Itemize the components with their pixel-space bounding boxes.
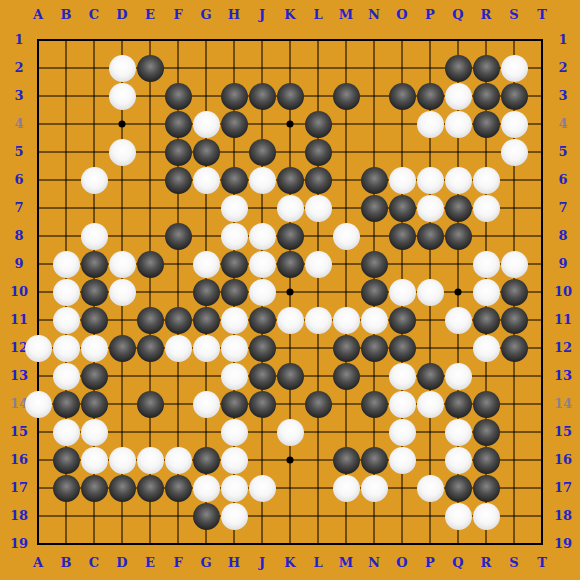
intersection-Q15[interactable] [444,418,472,446]
intersection-L8[interactable] [304,222,332,250]
intersection-A6[interactable] [24,166,52,194]
intersection-B2[interactable] [52,54,80,82]
intersection-P11[interactable] [416,306,444,334]
intersection-K12[interactable] [276,334,304,362]
intersection-T3[interactable] [528,82,556,110]
intersection-P18[interactable] [416,502,444,530]
intersection-D7[interactable] [108,194,136,222]
intersection-J19[interactable] [248,530,276,558]
intersection-G1[interactable] [192,26,220,54]
intersection-P2[interactable] [416,54,444,82]
intersection-A18[interactable] [24,502,52,530]
intersection-E5[interactable] [136,138,164,166]
intersection-S6[interactable] [500,166,528,194]
intersection-K16[interactable] [276,446,304,474]
intersection-J12[interactable] [248,334,276,362]
intersection-T1[interactable] [528,26,556,54]
intersection-M9[interactable] [332,250,360,278]
intersection-P12[interactable] [416,334,444,362]
intersection-O8[interactable] [388,222,416,250]
intersection-S15[interactable] [500,418,528,446]
intersection-K9[interactable] [276,250,304,278]
intersection-M3[interactable] [332,82,360,110]
intersection-E18[interactable] [136,502,164,530]
intersection-F4[interactable] [164,110,192,138]
intersection-B8[interactable] [52,222,80,250]
intersection-F15[interactable] [164,418,192,446]
intersection-F3[interactable] [164,82,192,110]
intersection-C18[interactable] [80,502,108,530]
intersection-R11[interactable] [472,306,500,334]
intersection-Q2[interactable] [444,54,472,82]
intersection-B18[interactable] [52,502,80,530]
intersection-S5[interactable] [500,138,528,166]
intersection-R1[interactable] [472,26,500,54]
intersection-H9[interactable] [220,250,248,278]
intersection-L15[interactable] [304,418,332,446]
intersection-F17[interactable] [164,474,192,502]
intersection-Q7[interactable] [444,194,472,222]
intersection-F13[interactable] [164,362,192,390]
intersection-T8[interactable] [528,222,556,250]
intersection-C3[interactable] [80,82,108,110]
intersection-P6[interactable] [416,166,444,194]
intersection-C1[interactable] [80,26,108,54]
intersection-G16[interactable] [192,446,220,474]
intersection-G9[interactable] [192,250,220,278]
intersection-R15[interactable] [472,418,500,446]
intersection-C2[interactable] [80,54,108,82]
intersection-R17[interactable] [472,474,500,502]
intersection-S11[interactable] [500,306,528,334]
intersection-H13[interactable] [220,362,248,390]
intersection-O19[interactable] [388,530,416,558]
intersection-A3[interactable] [24,82,52,110]
intersection-P16[interactable] [416,446,444,474]
intersection-B9[interactable] [52,250,80,278]
intersection-A15[interactable] [24,418,52,446]
intersection-N19[interactable] [360,530,388,558]
intersection-H4[interactable] [220,110,248,138]
intersection-H15[interactable] [220,418,248,446]
intersection-G8[interactable] [192,222,220,250]
intersection-H12[interactable] [220,334,248,362]
intersection-O14[interactable] [388,390,416,418]
intersection-K8[interactable] [276,222,304,250]
intersection-M5[interactable] [332,138,360,166]
intersection-L18[interactable] [304,502,332,530]
intersection-E4[interactable] [136,110,164,138]
intersection-F16[interactable] [164,446,192,474]
intersection-D5[interactable] [108,138,136,166]
intersection-M17[interactable] [332,474,360,502]
intersection-K17[interactable] [276,474,304,502]
intersection-L7[interactable] [304,194,332,222]
intersection-T14[interactable] [528,390,556,418]
intersection-O2[interactable] [388,54,416,82]
intersection-A11[interactable] [24,306,52,334]
intersection-H2[interactable] [220,54,248,82]
intersection-D2[interactable] [108,54,136,82]
intersection-C9[interactable] [80,250,108,278]
intersection-F12[interactable] [164,334,192,362]
intersection-T17[interactable] [528,474,556,502]
intersection-F2[interactable] [164,54,192,82]
intersection-H19[interactable] [220,530,248,558]
intersection-E19[interactable] [136,530,164,558]
intersection-H11[interactable] [220,306,248,334]
intersection-A10[interactable] [24,278,52,306]
intersection-D19[interactable] [108,530,136,558]
intersection-C13[interactable] [80,362,108,390]
intersection-N6[interactable] [360,166,388,194]
intersection-A8[interactable] [24,222,52,250]
intersection-C5[interactable] [80,138,108,166]
intersection-A2[interactable] [24,54,52,82]
intersection-N12[interactable] [360,334,388,362]
intersection-Q1[interactable] [444,26,472,54]
intersection-J17[interactable] [248,474,276,502]
intersection-B7[interactable] [52,194,80,222]
intersection-T13[interactable] [528,362,556,390]
intersection-N10[interactable] [360,278,388,306]
intersection-P10[interactable] [416,278,444,306]
intersection-A16[interactable] [24,446,52,474]
intersection-T19[interactable] [528,530,556,558]
intersection-O15[interactable] [388,418,416,446]
intersection-B12[interactable] [52,334,80,362]
intersection-H3[interactable] [220,82,248,110]
intersection-L4[interactable] [304,110,332,138]
intersection-R4[interactable] [472,110,500,138]
intersection-M4[interactable] [332,110,360,138]
intersection-L11[interactable] [304,306,332,334]
intersection-R7[interactable] [472,194,500,222]
intersection-N8[interactable] [360,222,388,250]
intersection-L5[interactable] [304,138,332,166]
intersection-D16[interactable] [108,446,136,474]
intersection-T9[interactable] [528,250,556,278]
intersection-S2[interactable] [500,54,528,82]
intersection-R2[interactable] [472,54,500,82]
intersection-M6[interactable] [332,166,360,194]
intersection-K1[interactable] [276,26,304,54]
intersection-C19[interactable] [80,530,108,558]
intersection-N9[interactable] [360,250,388,278]
intersection-D1[interactable] [108,26,136,54]
intersection-B13[interactable] [52,362,80,390]
intersection-S14[interactable] [500,390,528,418]
intersection-F5[interactable] [164,138,192,166]
intersection-P14[interactable] [416,390,444,418]
intersection-R16[interactable] [472,446,500,474]
intersection-J7[interactable] [248,194,276,222]
intersection-J16[interactable] [248,446,276,474]
intersection-O10[interactable] [388,278,416,306]
intersection-A5[interactable] [24,138,52,166]
intersection-G7[interactable] [192,194,220,222]
intersection-A7[interactable] [24,194,52,222]
intersection-K4[interactable] [276,110,304,138]
intersection-T5[interactable] [528,138,556,166]
intersection-M13[interactable] [332,362,360,390]
intersection-P17[interactable] [416,474,444,502]
intersection-F7[interactable] [164,194,192,222]
intersection-N13[interactable] [360,362,388,390]
intersection-H17[interactable] [220,474,248,502]
intersection-T7[interactable] [528,194,556,222]
intersection-H5[interactable] [220,138,248,166]
intersection-G14[interactable] [192,390,220,418]
intersection-M10[interactable] [332,278,360,306]
intersection-D10[interactable] [108,278,136,306]
intersection-K7[interactable] [276,194,304,222]
intersection-C8[interactable] [80,222,108,250]
intersection-O11[interactable] [388,306,416,334]
intersection-J15[interactable] [248,418,276,446]
intersection-L1[interactable] [304,26,332,54]
intersection-L16[interactable] [304,446,332,474]
intersection-N18[interactable] [360,502,388,530]
intersection-D3[interactable] [108,82,136,110]
intersection-G19[interactable] [192,530,220,558]
intersection-F14[interactable] [164,390,192,418]
intersection-O9[interactable] [388,250,416,278]
intersection-P5[interactable] [416,138,444,166]
intersection-N17[interactable] [360,474,388,502]
intersection-S12[interactable] [500,334,528,362]
intersection-G12[interactable] [192,334,220,362]
intersection-O5[interactable] [388,138,416,166]
intersection-J1[interactable] [248,26,276,54]
intersection-P4[interactable] [416,110,444,138]
intersection-C7[interactable] [80,194,108,222]
intersection-D13[interactable] [108,362,136,390]
intersection-S10[interactable] [500,278,528,306]
intersection-R14[interactable] [472,390,500,418]
intersection-N4[interactable] [360,110,388,138]
intersection-M1[interactable] [332,26,360,54]
intersection-R9[interactable] [472,250,500,278]
intersection-N15[interactable] [360,418,388,446]
intersection-K6[interactable] [276,166,304,194]
intersection-Q8[interactable] [444,222,472,250]
intersection-L6[interactable] [304,166,332,194]
intersection-T4[interactable] [528,110,556,138]
intersection-D17[interactable] [108,474,136,502]
intersection-H18[interactable] [220,502,248,530]
intersection-J5[interactable] [248,138,276,166]
intersection-E15[interactable] [136,418,164,446]
intersection-J13[interactable] [248,362,276,390]
intersection-M8[interactable] [332,222,360,250]
intersection-J3[interactable] [248,82,276,110]
intersection-T15[interactable] [528,418,556,446]
intersection-B10[interactable] [52,278,80,306]
intersection-S3[interactable] [500,82,528,110]
intersection-A13[interactable] [24,362,52,390]
intersection-E16[interactable] [136,446,164,474]
intersection-K19[interactable] [276,530,304,558]
intersection-L13[interactable] [304,362,332,390]
intersection-S16[interactable] [500,446,528,474]
intersection-P1[interactable] [416,26,444,54]
intersection-A12[interactable] [24,334,52,362]
intersection-G17[interactable] [192,474,220,502]
intersection-R13[interactable] [472,362,500,390]
intersection-E1[interactable] [136,26,164,54]
intersection-O3[interactable] [388,82,416,110]
intersection-E7[interactable] [136,194,164,222]
intersection-H1[interactable] [220,26,248,54]
intersection-C16[interactable] [80,446,108,474]
intersection-O4[interactable] [388,110,416,138]
intersection-B19[interactable] [52,530,80,558]
intersection-S1[interactable] [500,26,528,54]
intersection-T12[interactable] [528,334,556,362]
intersection-Q16[interactable] [444,446,472,474]
intersection-R10[interactable] [472,278,500,306]
intersection-D12[interactable] [108,334,136,362]
intersection-D6[interactable] [108,166,136,194]
intersection-M16[interactable] [332,446,360,474]
intersection-M12[interactable] [332,334,360,362]
intersection-O6[interactable] [388,166,416,194]
intersection-N11[interactable] [360,306,388,334]
intersection-C4[interactable] [80,110,108,138]
intersection-B1[interactable] [52,26,80,54]
intersection-Q3[interactable] [444,82,472,110]
intersection-K5[interactable] [276,138,304,166]
intersection-J9[interactable] [248,250,276,278]
intersection-F9[interactable] [164,250,192,278]
intersection-T2[interactable] [528,54,556,82]
intersection-Q19[interactable] [444,530,472,558]
intersection-C11[interactable] [80,306,108,334]
intersection-D9[interactable] [108,250,136,278]
intersection-C17[interactable] [80,474,108,502]
intersection-Q18[interactable] [444,502,472,530]
intersection-R12[interactable] [472,334,500,362]
intersection-C6[interactable] [80,166,108,194]
intersection-M14[interactable] [332,390,360,418]
intersection-E13[interactable] [136,362,164,390]
intersection-G10[interactable] [192,278,220,306]
intersection-F1[interactable] [164,26,192,54]
intersection-T16[interactable] [528,446,556,474]
intersection-K2[interactable] [276,54,304,82]
intersection-T18[interactable] [528,502,556,530]
intersection-G11[interactable] [192,306,220,334]
intersection-B3[interactable] [52,82,80,110]
intersection-G18[interactable] [192,502,220,530]
intersection-K13[interactable] [276,362,304,390]
intersection-K14[interactable] [276,390,304,418]
intersection-G15[interactable] [192,418,220,446]
intersection-D14[interactable] [108,390,136,418]
intersection-P19[interactable] [416,530,444,558]
intersection-K3[interactable] [276,82,304,110]
intersection-O13[interactable] [388,362,416,390]
intersection-L17[interactable] [304,474,332,502]
intersection-E6[interactable] [136,166,164,194]
intersection-A17[interactable] [24,474,52,502]
intersection-N7[interactable] [360,194,388,222]
intersection-H6[interactable] [220,166,248,194]
intersection-F18[interactable] [164,502,192,530]
intersection-N1[interactable] [360,26,388,54]
intersection-E8[interactable] [136,222,164,250]
intersection-J10[interactable] [248,278,276,306]
intersection-Q10[interactable] [444,278,472,306]
intersection-F10[interactable] [164,278,192,306]
intersection-S7[interactable] [500,194,528,222]
intersection-S9[interactable] [500,250,528,278]
intersection-E14[interactable] [136,390,164,418]
intersection-O1[interactable] [388,26,416,54]
intersection-L9[interactable] [304,250,332,278]
intersection-Q13[interactable] [444,362,472,390]
intersection-K15[interactable] [276,418,304,446]
intersection-Q9[interactable] [444,250,472,278]
intersection-J8[interactable] [248,222,276,250]
intersection-K11[interactable] [276,306,304,334]
intersection-D18[interactable] [108,502,136,530]
intersection-B14[interactable] [52,390,80,418]
intersection-O7[interactable] [388,194,416,222]
intersection-N2[interactable] [360,54,388,82]
intersection-A9[interactable] [24,250,52,278]
intersection-L2[interactable] [304,54,332,82]
intersection-L12[interactable] [304,334,332,362]
intersection-C10[interactable] [80,278,108,306]
intersection-T11[interactable] [528,306,556,334]
intersection-Q14[interactable] [444,390,472,418]
intersection-F6[interactable] [164,166,192,194]
intersection-N14[interactable] [360,390,388,418]
intersection-F19[interactable] [164,530,192,558]
intersection-P7[interactable] [416,194,444,222]
intersection-G13[interactable] [192,362,220,390]
intersection-M7[interactable] [332,194,360,222]
intersection-D11[interactable] [108,306,136,334]
intersection-L19[interactable] [304,530,332,558]
intersection-B11[interactable] [52,306,80,334]
intersection-P9[interactable] [416,250,444,278]
intersection-B15[interactable] [52,418,80,446]
intersection-G2[interactable] [192,54,220,82]
intersection-J6[interactable] [248,166,276,194]
intersection-H10[interactable] [220,278,248,306]
intersection-S19[interactable] [500,530,528,558]
intersection-E9[interactable] [136,250,164,278]
intersection-E10[interactable] [136,278,164,306]
intersection-K18[interactable] [276,502,304,530]
intersection-P15[interactable] [416,418,444,446]
intersection-Q17[interactable] [444,474,472,502]
intersection-M18[interactable] [332,502,360,530]
intersection-R5[interactable] [472,138,500,166]
intersection-G4[interactable] [192,110,220,138]
intersection-E2[interactable] [136,54,164,82]
intersection-S4[interactable] [500,110,528,138]
intersection-J2[interactable] [248,54,276,82]
intersection-E17[interactable] [136,474,164,502]
intersection-N3[interactable] [360,82,388,110]
intersection-E12[interactable] [136,334,164,362]
intersection-Q6[interactable] [444,166,472,194]
intersection-N5[interactable] [360,138,388,166]
